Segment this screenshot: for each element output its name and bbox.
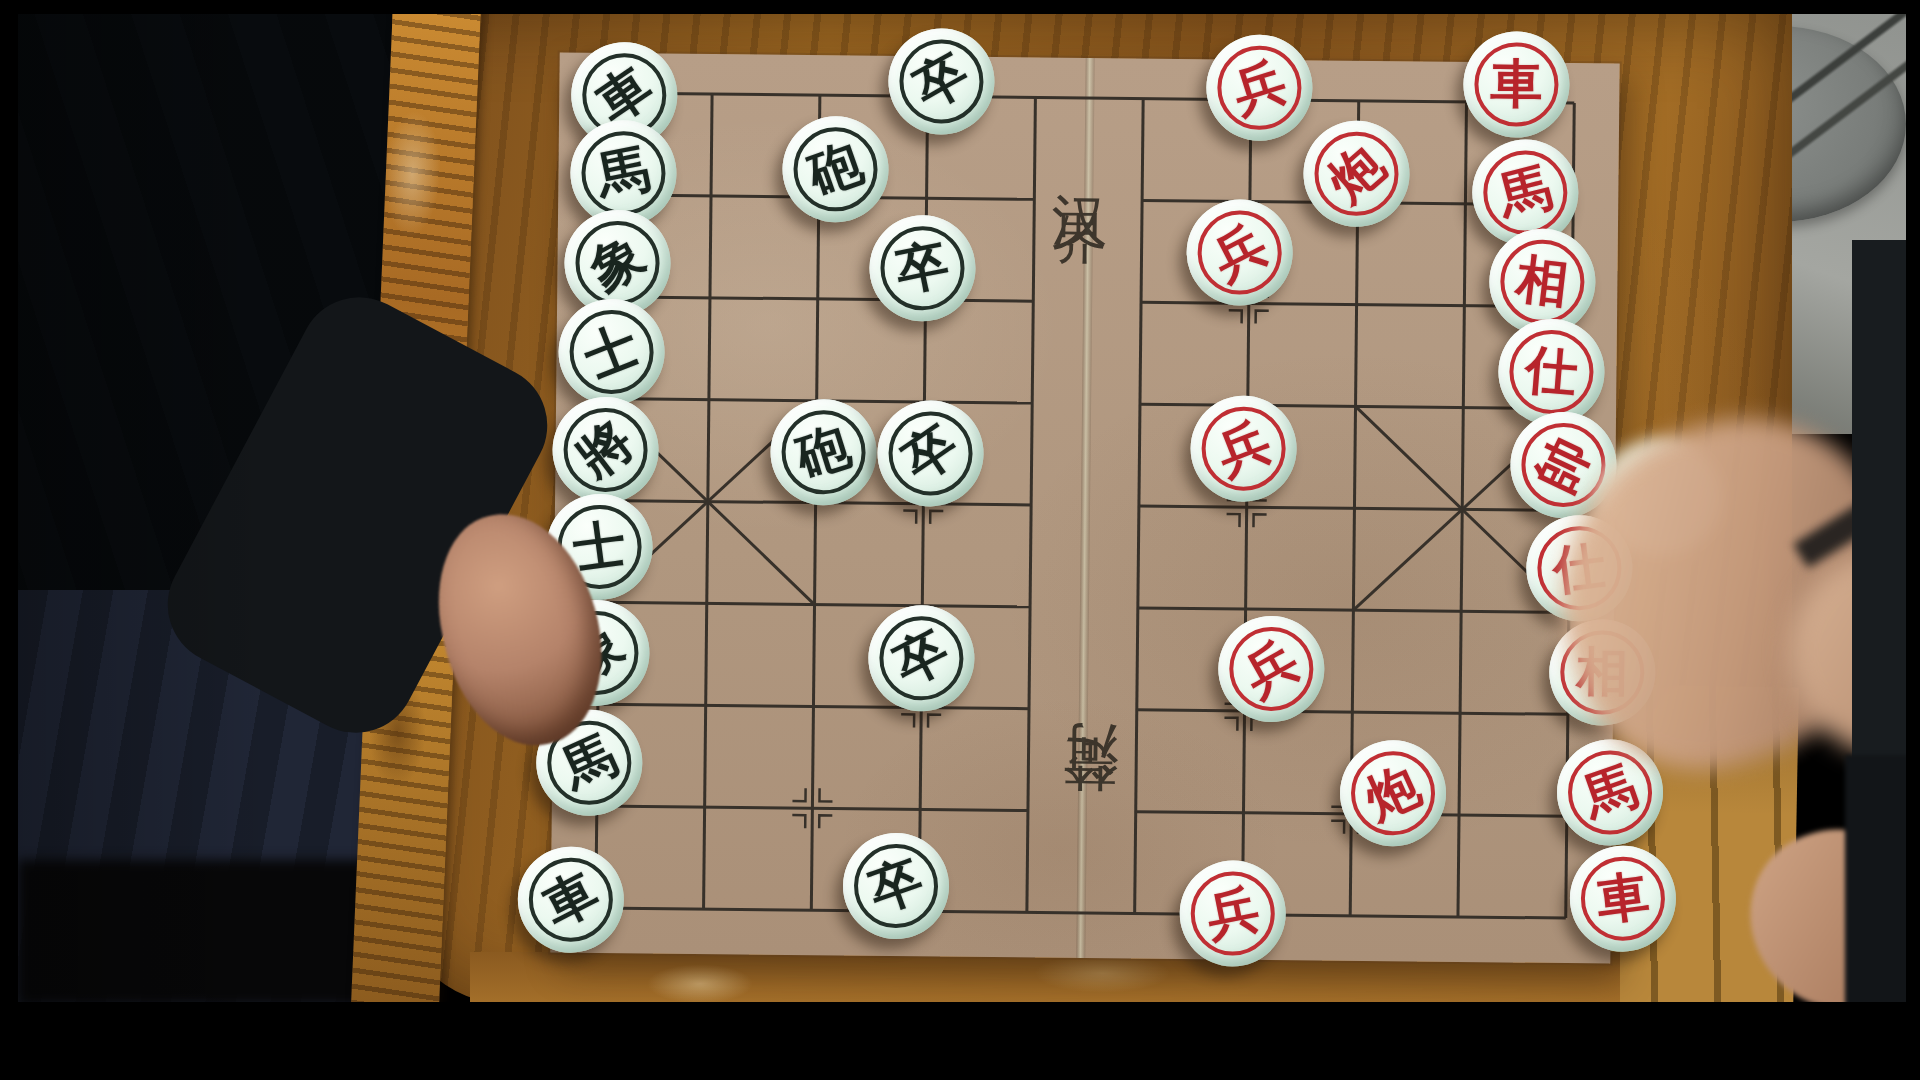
piece-red-cannon-c8-r2[interactable]: 炮 [1303, 120, 1410, 227]
piece-glyph: 卒 [829, 818, 964, 953]
piece-black-soldier-c4-r5[interactable]: 卒 [877, 399, 984, 506]
piece-glyph: 砲 [767, 102, 902, 237]
letterbox-bar [1906, 0, 1920, 1080]
xiangqi-board[interactable]: 汉界 楚河 車馬象士將士象馬車砲砲卒卒卒卒卒兵兵兵兵兵炮炮車馬相仕帥仕相馬車 [550, 52, 1619, 963]
piece-black-cannon-c3-r2[interactable]: 砲 [782, 116, 889, 223]
piece-red-soldier-c7-r3[interactable]: 兵 [1186, 199, 1293, 306]
piece-red-soldier-c7-r9[interactable]: 兵 [1179, 860, 1286, 967]
piece-black-soldier-c4-r3[interactable]: 卒 [869, 214, 976, 321]
piece-glyph: 卒 [857, 379, 1004, 526]
piece-glyph: 炮 [1323, 723, 1463, 863]
piece-red-soldier-c7-r5[interactable]: 兵 [1190, 395, 1297, 502]
letterbox-bar [0, 0, 18, 1080]
letterbox-bar [0, 0, 1920, 14]
piece-red-soldier-c7-r7[interactable]: 兵 [1217, 616, 1324, 723]
piece-red-soldier-c7-r1[interactable]: 兵 [1206, 34, 1313, 141]
piece-glyph: 車 [1564, 839, 1683, 958]
piece-black-soldier-c4-r1[interactable]: 卒 [888, 28, 995, 135]
piece-glyph: 兵 [1168, 181, 1311, 324]
piece-black-chariot-c1-r9[interactable]: 車 [517, 846, 624, 953]
piece-red-chariot-c10-r1[interactable]: 車 [1463, 31, 1570, 138]
xiangqi-photo-scene: 汉界 楚河 車馬象士將士象馬車砲砲卒卒卒卒卒兵兵兵兵兵炮炮車馬相仕帥仕相馬車 [0, 0, 1920, 1080]
pieces-layer: 車馬象士將士象馬車砲砲卒卒卒卒卒兵兵兵兵兵炮炮車馬相仕帥仕相馬車 [550, 52, 1619, 963]
piece-black-soldier-c4-r9[interactable]: 卒 [843, 832, 950, 939]
piece-glyph: 兵 [1175, 379, 1312, 516]
piece-glyph: 卒 [850, 587, 993, 730]
piece-glyph: 兵 [1170, 851, 1295, 976]
piece-glyph: 卒 [860, 206, 985, 331]
piece-red-cannon-c8-r8[interactable]: 炮 [1340, 740, 1447, 847]
letterbox-bar [0, 1002, 1920, 1080]
piece-glyph: 兵 [1199, 597, 1343, 741]
piece-glyph: 車 [1463, 31, 1570, 138]
piece-black-cannon-c3-r5[interactable]: 砲 [770, 398, 877, 505]
piece-red-chariot-c10-r9[interactable]: 車 [1569, 845, 1676, 952]
piece-black-soldier-c4-r7[interactable]: 卒 [868, 605, 975, 712]
